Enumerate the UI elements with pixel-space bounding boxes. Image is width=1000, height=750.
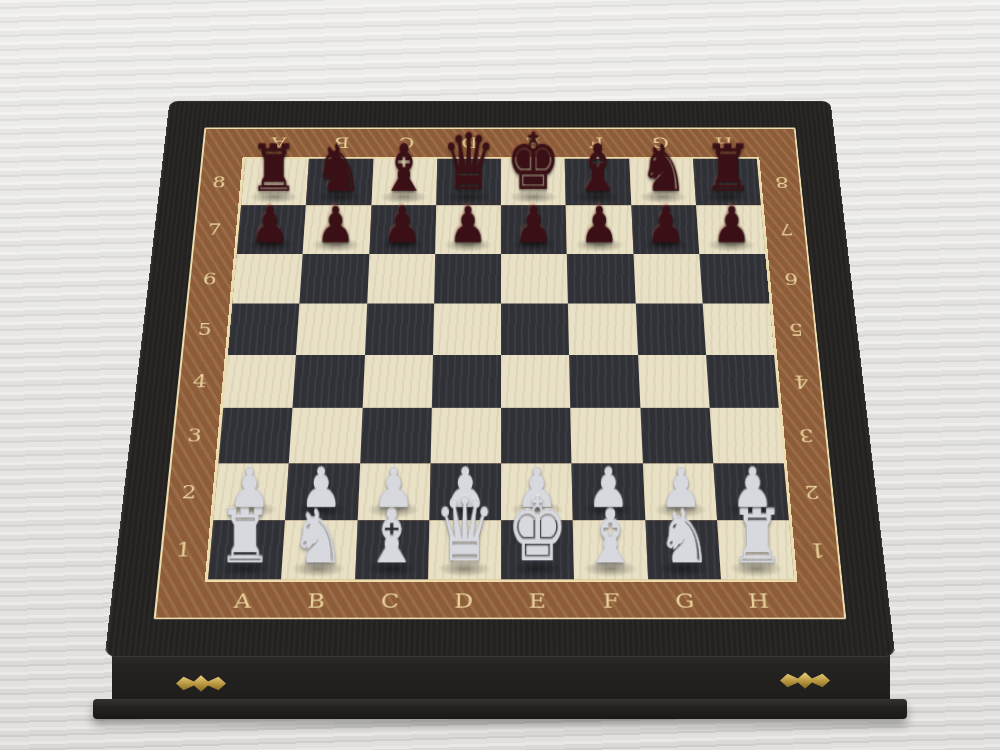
square-h1[interactable]: ♜ — [717, 520, 794, 579]
file-label-top-c: C — [397, 134, 414, 151]
rank-label-right-5: 5 — [787, 319, 804, 338]
square-c6[interactable] — [367, 254, 435, 304]
chess-board: ♜♞♝♛♚♝♞♜♟♟♟♟♟♟♟♟♟♟♟♟♟♟♟♟♜♞♝♛♚♝♞♜ — [205, 157, 798, 582]
square-f1[interactable]: ♝ — [573, 520, 648, 579]
piece-black-pawn-e7[interactable]: ♟ — [514, 199, 553, 249]
rank-label-right-6: 6 — [783, 269, 799, 287]
square-g6[interactable] — [633, 254, 702, 304]
file-label-top-b: B — [334, 134, 351, 151]
piece-white-queen-d1[interactable]: ♛ — [434, 486, 495, 574]
file-label-top-g: G — [651, 134, 669, 151]
square-c4[interactable] — [362, 355, 433, 408]
square-e1[interactable]: ♚ — [501, 520, 574, 579]
square-c1[interactable]: ♝ — [355, 520, 430, 579]
square-d1[interactable]: ♛ — [428, 520, 501, 579]
piece-white-knight-b1[interactable]: ♞ — [291, 501, 346, 574]
piece-white-knight-g1[interactable]: ♞ — [656, 501, 711, 574]
square-g1[interactable]: ♞ — [645, 520, 721, 579]
file-label-top-e: E — [525, 134, 541, 151]
piece-black-pawn-g7[interactable]: ♟ — [646, 199, 685, 249]
rank-label-left-7: 7 — [207, 221, 223, 239]
rank-label-left-6: 6 — [202, 269, 218, 287]
brass-clasp-left-icon — [176, 675, 226, 692]
chess-box-base-molding — [93, 699, 907, 719]
square-a1[interactable]: ♜ — [208, 520, 285, 579]
square-f4[interactable] — [569, 355, 640, 408]
rank-label-right-7: 7 — [778, 221, 794, 239]
square-g3[interactable] — [640, 408, 713, 463]
file-label-top-f: F — [588, 134, 604, 151]
square-d6[interactable] — [434, 254, 501, 304]
brass-clasp-right-icon — [780, 672, 830, 689]
chess-box-lid: ♜♞♝♛♚♝♞♜♟♟♟♟♟♟♟♟♟♟♟♟♟♟♟♟♜♞♝♛♚♝♞♜ AABBCCD… — [105, 101, 896, 657]
file-label-top-h: H — [713, 134, 733, 151]
square-b1[interactable]: ♞ — [281, 520, 357, 579]
piece-black-pawn-c7[interactable]: ♟ — [383, 199, 422, 249]
rank-label-right-8: 8 — [773, 173, 789, 190]
square-f3[interactable] — [570, 408, 642, 463]
square-e6[interactable] — [501, 254, 568, 304]
square-d3[interactable] — [430, 408, 501, 463]
file-label-top-a: A — [270, 134, 287, 151]
piece-white-rook-h1[interactable]: ♜ — [730, 501, 785, 574]
square-f6[interactable] — [567, 254, 635, 304]
square-e4[interactable] — [501, 355, 570, 408]
square-h4[interactable] — [706, 355, 779, 408]
piece-black-pawn-b7[interactable]: ♟ — [317, 199, 356, 249]
rank-label-left-5: 5 — [197, 319, 214, 338]
file-label-top-d: D — [460, 134, 478, 151]
piece-black-pawn-a7[interactable]: ♟ — [251, 199, 290, 249]
square-d4[interactable] — [432, 355, 501, 408]
piece-white-king-e1[interactable]: ♚ — [507, 486, 568, 574]
square-g4[interactable] — [638, 355, 710, 408]
piece-black-pawn-f7[interactable]: ♟ — [580, 199, 619, 249]
square-b3[interactable] — [289, 408, 362, 463]
square-e3[interactable] — [501, 408, 572, 463]
piece-black-pawn-d7[interactable]: ♟ — [449, 199, 488, 249]
square-h6[interactable] — [699, 254, 769, 304]
square-a4[interactable] — [223, 355, 296, 408]
lid-top-surface: ♜♞♝♛♚♝♞♜♟♟♟♟♟♟♟♟♟♟♟♟♟♟♟♟♜♞♝♛♚♝♞♜ AABBCCD… — [105, 101, 896, 657]
square-b4[interactable] — [293, 355, 365, 408]
square-c3[interactable] — [360, 408, 432, 463]
piece-white-rook-a1[interactable]: ♜ — [218, 501, 273, 574]
piece-white-bishop-f1[interactable]: ♝ — [583, 501, 638, 574]
piece-black-pawn-h7[interactable]: ♟ — [712, 199, 751, 249]
square-h3[interactable] — [709, 408, 783, 463]
square-b6[interactable] — [300, 254, 369, 304]
rank-label-left-8: 8 — [212, 173, 228, 190]
square-a3[interactable] — [218, 408, 292, 463]
photo-scene: ♜♞♝♛♚♝♞♜♟♟♟♟♟♟♟♟♟♟♟♟♟♟♟♟♜♞♝♛♚♝♞♜ AABBCCD… — [0, 0, 1000, 750]
square-a6[interactable] — [232, 254, 302, 304]
piece-white-bishop-c1[interactable]: ♝ — [364, 501, 419, 574]
